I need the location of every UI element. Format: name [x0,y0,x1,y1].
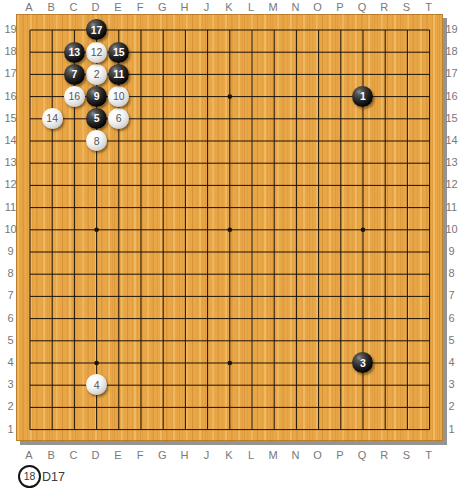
coord-bottom-H: H [173,448,195,462]
coord-right-18: 18 [441,44,462,58]
black-stone-17-D19[interactable]: 17 [86,19,107,40]
white-stone-marker-18: 18 [18,465,41,488]
white-stone-16-C16[interactable]: 16 [64,86,85,107]
coord-bottom-J: J [196,448,218,462]
coord-right-7: 7 [441,288,462,302]
coord-top-M: M [262,0,284,14]
coord-top-K: K [218,0,240,14]
coord-bottom-N: N [284,448,306,462]
coord-top-S: S [395,0,417,14]
coord-left-7: 7 [0,288,21,302]
coord-left-12: 12 [0,177,21,191]
coord-left-1: 1 [0,422,21,436]
coord-bottom-R: R [373,448,395,462]
black-stone-1-Q16[interactable]: 1 [352,86,373,107]
coord-top-N: N [284,0,306,14]
go-diagram-page: 1234567891011121314151617 18 D17 AABBCCD… [0,0,462,496]
coord-bottom-D: D [85,448,107,462]
black-stone-13-C18[interactable]: 13 [64,42,85,63]
white-stone-14-B15[interactable]: 14 [42,108,63,129]
coord-left-9: 9 [0,244,21,258]
move-note-coordinate: D17 [42,470,65,484]
black-stone-3-Q4[interactable]: 3 [352,352,373,373]
black-stone-11-E17[interactable]: 11 [108,64,129,85]
coord-left-2: 2 [0,399,21,413]
coord-right-9: 9 [441,244,462,258]
coord-left-16: 16 [0,89,21,103]
coord-right-11: 11 [441,200,462,214]
coord-top-D: D [85,0,107,14]
white-stone-4-D3[interactable]: 4 [86,374,107,395]
white-stone-6-E15[interactable]: 6 [108,108,129,129]
coord-left-13: 13 [0,155,21,169]
coord-left-19: 19 [0,22,21,36]
coord-bottom-P: P [329,448,351,462]
coord-left-4: 4 [0,355,21,369]
coord-top-H: H [173,0,195,14]
coord-top-O: O [307,0,329,14]
coord-top-Q: Q [351,0,373,14]
coord-right-17: 17 [441,66,462,80]
coord-top-E: E [107,0,129,14]
coord-bottom-B: B [40,448,62,462]
coord-right-2: 2 [441,399,462,413]
coord-bottom-A: A [18,448,40,462]
coord-top-A: A [18,0,40,14]
coord-bottom-M: M [262,448,284,462]
black-stone-15-E18[interactable]: 15 [108,42,129,63]
coord-top-B: B [40,0,62,14]
white-stone-10-E16[interactable]: 10 [108,86,129,107]
coord-left-5: 5 [0,333,21,347]
coord-right-6: 6 [441,311,462,325]
coord-bottom-E: E [107,448,129,462]
coord-bottom-T: T [418,448,440,462]
coord-right-14: 14 [441,133,462,147]
coord-left-10: 10 [0,222,21,236]
coord-left-14: 14 [0,133,21,147]
coord-left-18: 18 [0,44,21,58]
coord-left-15: 15 [0,111,21,125]
coord-top-L: L [240,0,262,14]
coord-right-13: 13 [441,155,462,169]
coord-bottom-K: K [218,448,240,462]
coord-right-12: 12 [441,177,462,191]
board-grid: 1234567891011121314151617 [19,19,441,441]
coord-right-15: 15 [441,111,462,125]
coord-left-6: 6 [0,311,21,325]
coord-bottom-Q: Q [351,448,373,462]
coord-left-11: 11 [0,200,21,214]
coord-left-17: 17 [0,66,21,80]
coord-right-16: 16 [441,89,462,103]
coord-bottom-F: F [129,448,151,462]
coord-right-4: 4 [441,355,462,369]
coord-bottom-G: G [151,448,173,462]
coord-bottom-L: L [240,448,262,462]
coord-bottom-C: C [62,448,84,462]
coord-right-8: 8 [441,266,462,280]
coord-right-19: 19 [441,22,462,36]
coord-right-5: 5 [441,333,462,347]
coord-top-R: R [373,0,395,14]
coord-top-J: J [196,0,218,14]
black-stone-9-D16[interactable]: 9 [86,86,107,107]
coord-bottom-S: S [395,448,417,462]
white-stone-8-D14[interactable]: 8 [86,130,107,151]
coord-right-3: 3 [441,377,462,391]
coord-left-8: 8 [0,266,21,280]
coord-left-3: 3 [0,377,21,391]
coord-top-C: C [62,0,84,14]
go-board[interactable]: 1234567891011121314151617 [16,14,443,441]
coord-top-P: P [329,0,351,14]
coord-right-10: 10 [441,222,462,236]
coord-top-G: G [151,0,173,14]
coord-top-F: F [129,0,151,14]
coord-right-1: 1 [441,422,462,436]
white-stone-12-D18[interactable]: 12 [86,42,107,63]
coord-top-T: T [418,0,440,14]
move-note: 18 D17 [18,465,65,488]
black-stone-5-D15[interactable]: 5 [86,108,107,129]
coord-bottom-O: O [307,448,329,462]
white-stone-2-D17[interactable]: 2 [86,64,107,85]
black-stone-7-C17[interactable]: 7 [64,64,85,85]
